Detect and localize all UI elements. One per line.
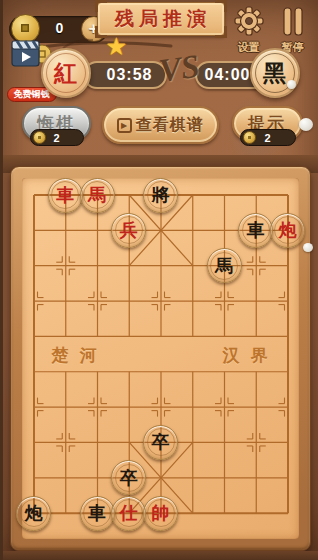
pause-button[interactable]: 暂停	[271, 4, 315, 54]
pause-icon	[276, 4, 310, 38]
plaque-corner	[215, 26, 227, 38]
gear-icon	[232, 4, 266, 38]
coin-icon	[243, 131, 256, 144]
pebble-decor	[303, 243, 313, 252]
xiangqi-app: 0 + 残局推演 设置 暂停	[3, 0, 318, 560]
red-player-name: 紅	[54, 58, 77, 89]
red-timer: 03:58	[83, 61, 167, 89]
piece-black-卒[interactable]: 卒	[143, 425, 178, 460]
piece-red-兵[interactable]: 兵	[111, 213, 146, 248]
page-title: 残局推演	[110, 6, 211, 32]
plaque-corner	[95, 0, 107, 12]
page-title-plaque: 残局推演	[97, 2, 225, 36]
settings-button[interactable]: 设置	[227, 4, 271, 54]
piece-red-仕[interactable]: 仕	[111, 496, 146, 531]
red-player-avatar: 紅	[41, 48, 91, 98]
vs-label: VS	[156, 47, 207, 90]
board-frame: 楚河 汉界 車馬將兵車炮馬卒卒炮車仕帥	[10, 166, 311, 551]
plaque-corner	[215, 0, 227, 12]
pebble-decor	[299, 118, 313, 131]
river-label-left: 楚河	[52, 344, 108, 367]
pebble-decor	[287, 80, 296, 89]
hint-count-badge: 2	[240, 129, 296, 146]
river-label-right: 汉界	[223, 344, 279, 367]
undo-count-badge: 2	[30, 129, 84, 146]
piece-red-帥[interactable]: 帥	[143, 496, 178, 531]
bottom-strip	[3, 551, 318, 560]
piece-black-將[interactable]: 將	[143, 178, 178, 213]
board[interactable]: 楚河 汉界 車馬將兵車炮馬卒卒炮車仕帥	[22, 178, 299, 539]
piece-black-馬[interactable]: 馬	[207, 248, 242, 283]
piece-red-車[interactable]: 車	[48, 178, 83, 213]
star-icon: ★	[106, 33, 128, 61]
black-player-avatar: 黑	[250, 48, 300, 98]
piece-black-車[interactable]: 車	[238, 213, 273, 248]
view-record-label: 查看棋谱	[136, 115, 204, 136]
piece-black-炮[interactable]: 炮	[16, 496, 51, 531]
piece-red-馬[interactable]: 馬	[80, 178, 115, 213]
play-square-icon: ▶	[117, 118, 132, 133]
black-player-name: 黑	[263, 58, 286, 89]
view-record-button[interactable]: ▶ 查看棋谱	[102, 106, 219, 144]
hint-count: 2	[264, 132, 270, 144]
undo-count: 2	[53, 132, 59, 144]
coin-icon	[33, 131, 46, 144]
piece-black-車[interactable]: 車	[80, 496, 115, 531]
piece-red-炮[interactable]: 炮	[270, 213, 305, 248]
